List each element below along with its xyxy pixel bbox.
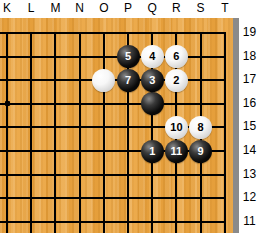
column-label-R: R (164, 1, 188, 15)
white-stone-R17[interactable]: 2 (165, 69, 188, 92)
column-label-O: O (92, 1, 116, 15)
row-label-16: 16 (239, 96, 260, 112)
black-stone-Q17[interactable]: 3 (141, 69, 164, 92)
grid-line-col-N (79, 33, 81, 233)
column-label-T: T (213, 1, 237, 15)
column-label-Q: Q (140, 1, 164, 15)
column-label-P: P (116, 1, 140, 15)
black-stone-Q16[interactable] (141, 92, 164, 115)
black-stone-P17[interactable]: 7 (117, 69, 140, 92)
row-label-13: 13 (239, 167, 260, 183)
white-stone-R18[interactable]: 6 (165, 45, 188, 68)
grid-line-col-O (103, 33, 105, 233)
column-label-K: K (0, 1, 19, 15)
row-label-15: 15 (239, 119, 260, 135)
black-stone-R14[interactable]: 11 (165, 140, 188, 163)
row-label-19: 19 (239, 25, 260, 41)
grid-line-row-13 (0, 174, 226, 176)
row-label-12: 12 (239, 190, 260, 206)
white-stone-O17[interactable] (92, 69, 115, 92)
grid-line-row-11 (0, 221, 226, 223)
column-label-L: L (19, 1, 43, 15)
grid-line-row-18 (0, 56, 226, 58)
white-stone-S15[interactable]: 8 (189, 116, 212, 139)
row-label-11: 11 (239, 214, 260, 230)
row-label-18: 18 (239, 49, 260, 65)
black-stone-Q14[interactable]: 1 (141, 140, 164, 163)
grid-line-row-16 (0, 103, 226, 105)
white-stone-Q18[interactable]: 4 (141, 45, 164, 68)
black-stone-S14[interactable]: 9 (189, 140, 212, 163)
grid-line-col-L (30, 33, 32, 233)
column-label-M: M (43, 1, 67, 15)
row-label-17: 17 (239, 72, 260, 88)
star-point-K16 (5, 101, 10, 106)
go-board[interactable]: 1234567891011 (0, 18, 233, 233)
grid-line-row-19 (0, 32, 226, 34)
grid-line-col-T (224, 33, 226, 233)
column-label-S: S (189, 1, 213, 15)
column-label-N: N (68, 1, 92, 15)
black-stone-P18[interactable]: 5 (117, 45, 140, 68)
white-stone-R15[interactable]: 10 (165, 116, 188, 139)
grid-line-col-M (54, 33, 56, 233)
go-app-window: KLMNOPQRST 1234567891011 191817161514131… (0, 0, 260, 233)
row-label-14: 14 (239, 143, 260, 159)
grid-line-row-12 (0, 197, 226, 199)
grid-line-col-K (6, 33, 8, 233)
